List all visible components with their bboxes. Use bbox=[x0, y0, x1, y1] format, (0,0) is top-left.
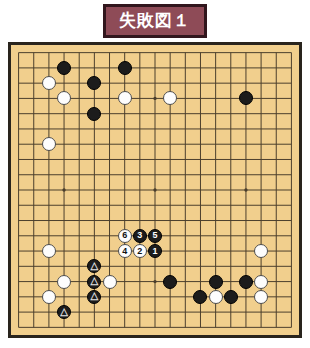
white-stone bbox=[254, 275, 268, 289]
white-stone bbox=[57, 275, 71, 289]
black-stone: △ bbox=[87, 275, 101, 289]
black-stone bbox=[57, 61, 71, 75]
triangle-mark-icon: △ bbox=[91, 291, 99, 301]
white-stone: 6 bbox=[118, 229, 132, 243]
diagram-title: 失敗図１ bbox=[103, 4, 207, 38]
white-stone bbox=[209, 290, 223, 304]
triangle-mark-icon: △ bbox=[91, 276, 99, 286]
white-stone bbox=[42, 244, 56, 258]
triangle-mark-icon: △ bbox=[91, 261, 99, 271]
move-number-label: 3 bbox=[137, 231, 142, 240]
black-stone bbox=[87, 76, 101, 90]
black-stone: 5 bbox=[148, 229, 162, 243]
white-stone bbox=[254, 244, 268, 258]
move-number-label: 1 bbox=[152, 247, 157, 256]
black-stone: 3 bbox=[133, 229, 147, 243]
white-stone bbox=[254, 290, 268, 304]
white-stone: 2 bbox=[133, 244, 147, 258]
black-stone bbox=[193, 290, 207, 304]
move-number-label: 5 bbox=[152, 231, 157, 240]
move-number-label: 2 bbox=[137, 247, 142, 256]
white-stone bbox=[103, 275, 117, 289]
black-stone bbox=[118, 61, 132, 75]
white-stone: 4 bbox=[118, 244, 132, 258]
black-stone: △ bbox=[87, 259, 101, 273]
white-stone bbox=[42, 137, 56, 151]
black-stone bbox=[87, 107, 101, 121]
white-stone bbox=[57, 91, 71, 105]
white-stone bbox=[42, 290, 56, 304]
white-stone bbox=[118, 91, 132, 105]
black-stone bbox=[163, 275, 177, 289]
black-stone: 1 bbox=[148, 244, 162, 258]
move-number-label: 4 bbox=[122, 247, 127, 256]
black-stone bbox=[239, 91, 253, 105]
board-grid: 635421△△△△ bbox=[11, 45, 299, 335]
black-stone bbox=[224, 290, 238, 304]
black-stone: △ bbox=[57, 305, 71, 319]
move-number-label: 6 bbox=[122, 231, 127, 240]
white-stone bbox=[42, 76, 56, 90]
triangle-mark-icon: △ bbox=[60, 307, 68, 317]
black-stone: △ bbox=[87, 290, 101, 304]
black-stone bbox=[209, 275, 223, 289]
black-stone bbox=[239, 275, 253, 289]
white-stone bbox=[163, 91, 177, 105]
go-board: 635421△△△△ bbox=[8, 42, 302, 338]
